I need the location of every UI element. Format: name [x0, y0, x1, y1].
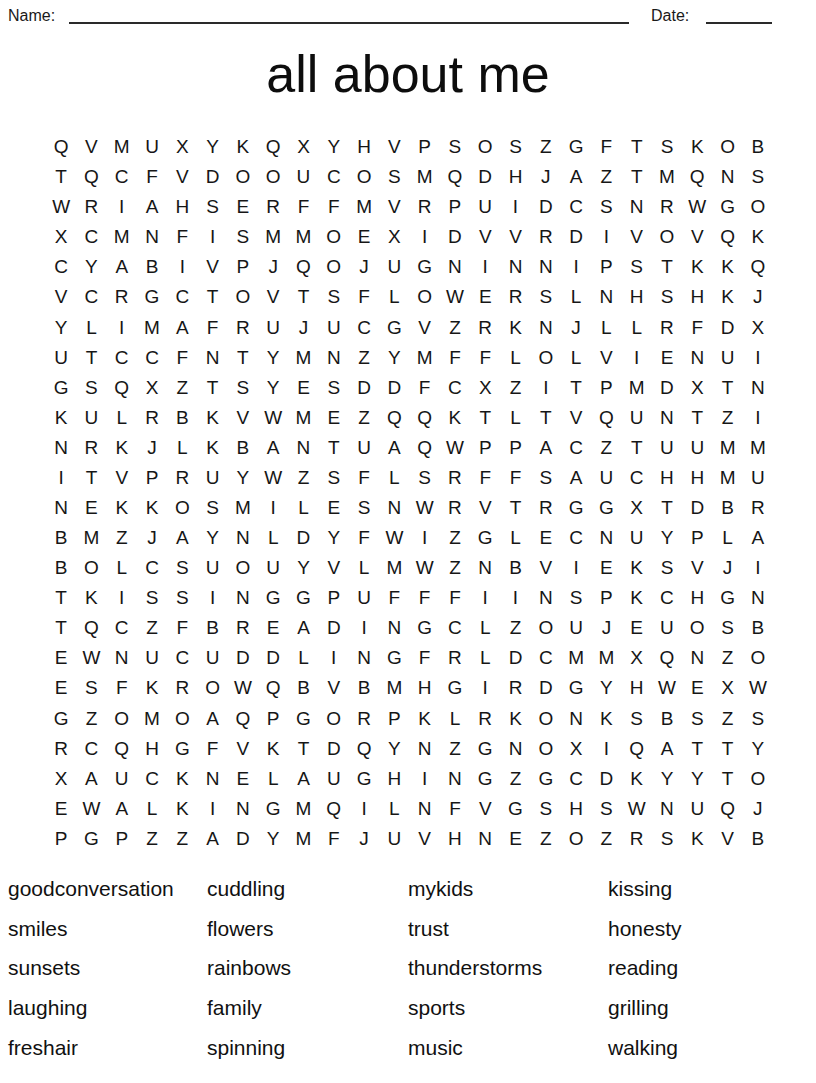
grid-cell[interactable]: A [743, 523, 773, 553]
grid-cell[interactable]: K [107, 433, 137, 463]
grid-cell[interactable]: K [76, 583, 106, 613]
grid-cell[interactable]: U [591, 463, 621, 493]
grid-cell[interactable]: F [167, 222, 197, 252]
grid-cell[interactable]: P [107, 824, 137, 854]
grid-cell[interactable]: G [500, 794, 530, 824]
grid-cell[interactable]: W [76, 794, 106, 824]
grid-cell[interactable]: Q [107, 373, 137, 403]
grid-cell[interactable]: U [743, 463, 773, 493]
grid-cell[interactable]: I [349, 794, 379, 824]
grid-cell[interactable]: W [228, 673, 258, 703]
word-list-item[interactable]: mykids [408, 869, 608, 909]
grid-cell[interactable]: Z [440, 523, 470, 553]
grid-cell[interactable]: A [107, 252, 137, 282]
grid-cell[interactable]: I [197, 794, 227, 824]
grid-cell[interactable]: G [379, 312, 409, 342]
grid-cell[interactable]: F [319, 824, 349, 854]
grid-cell[interactable]: I [470, 252, 500, 282]
grid-cell[interactable]: H [349, 132, 379, 162]
grid-cell[interactable]: T [288, 282, 318, 312]
grid-cell[interactable]: X [137, 373, 167, 403]
grid-cell[interactable]: N [470, 824, 500, 854]
grid-cell[interactable]: C [137, 764, 167, 794]
grid-cell[interactable]: G [712, 192, 742, 222]
grid-cell[interactable]: G [288, 583, 318, 613]
grid-cell[interactable]: Y [258, 373, 288, 403]
grid-cell[interactable]: F [197, 312, 227, 342]
grid-cell[interactable]: B [288, 673, 318, 703]
grid-cell[interactable]: Q [258, 132, 288, 162]
grid-cell[interactable]: Q [652, 643, 682, 673]
grid-cell[interactable]: V [682, 553, 712, 583]
grid-cell[interactable]: C [76, 222, 106, 252]
grid-cell[interactable]: L [379, 794, 409, 824]
grid-cell[interactable]: L [349, 553, 379, 583]
grid-cell[interactable]: S [228, 373, 258, 403]
grid-cell[interactable]: N [591, 523, 621, 553]
grid-cell[interactable]: A [379, 433, 409, 463]
grid-cell[interactable]: P [409, 132, 439, 162]
grid-cell[interactable]: H [561, 794, 591, 824]
grid-cell[interactable]: N [228, 583, 258, 613]
grid-cell[interactable]: S [531, 282, 561, 312]
grid-cell[interactable]: O [258, 162, 288, 192]
grid-cell[interactable]: C [76, 282, 106, 312]
grid-cell[interactable]: R [137, 403, 167, 433]
grid-cell[interactable]: W [652, 673, 682, 703]
grid-cell[interactable]: N [531, 312, 561, 342]
grid-cell[interactable]: T [622, 132, 652, 162]
grid-cell[interactable]: A [288, 613, 318, 643]
grid-cell[interactable]: L [107, 403, 137, 433]
grid-cell[interactable]: R [258, 192, 288, 222]
word-list-item[interactable]: sunsets [8, 949, 207, 989]
grid-cell[interactable]: W [46, 192, 76, 222]
grid-cell[interactable]: A [137, 192, 167, 222]
grid-cell[interactable]: N [622, 192, 652, 222]
grid-cell[interactable]: T [46, 583, 76, 613]
grid-cell[interactable]: N [197, 764, 227, 794]
grid-cell[interactable]: U [137, 132, 167, 162]
grid-cell[interactable]: R [531, 222, 561, 252]
grid-cell[interactable]: T [622, 433, 652, 463]
grid-cell[interactable]: H [652, 463, 682, 493]
grid-cell[interactable]: O [107, 703, 137, 733]
grid-cell[interactable]: E [46, 794, 76, 824]
grid-cell[interactable]: N [197, 343, 227, 373]
grid-cell[interactable]: Z [712, 703, 742, 733]
grid-cell[interactable]: C [107, 613, 137, 643]
grid-cell[interactable]: D [682, 493, 712, 523]
grid-cell[interactable]: P [591, 373, 621, 403]
grid-cell[interactable]: U [288, 162, 318, 192]
grid-cell[interactable]: I [107, 583, 137, 613]
grid-cell[interactable]: T [76, 463, 106, 493]
grid-cell[interactable]: N [107, 643, 137, 673]
grid-cell[interactable]: R [228, 613, 258, 643]
grid-cell[interactable]: T [197, 373, 227, 403]
grid-cell[interactable]: Q [409, 403, 439, 433]
grid-cell[interactable]: A [197, 824, 227, 854]
grid-cell[interactable]: N [288, 433, 318, 463]
grid-cell[interactable]: E [349, 222, 379, 252]
grid-cell[interactable]: H [379, 764, 409, 794]
grid-cell[interactable]: I [258, 493, 288, 523]
grid-cell[interactable]: F [107, 673, 137, 703]
grid-cell[interactable]: D [531, 673, 561, 703]
grid-cell[interactable]: S [561, 583, 591, 613]
grid-cell[interactable]: O [197, 673, 227, 703]
grid-cell[interactable]: X [561, 734, 591, 764]
grid-cell[interactable]: C [167, 643, 197, 673]
grid-cell[interactable]: U [682, 433, 712, 463]
grid-cell[interactable]: T [682, 403, 712, 433]
grid-cell[interactable]: K [137, 493, 167, 523]
grid-cell[interactable]: G [409, 613, 439, 643]
grid-cell[interactable]: S [652, 282, 682, 312]
word-list-item[interactable]: smiles [8, 909, 207, 949]
grid-cell[interactable]: E [319, 493, 349, 523]
grid-cell[interactable]: L [258, 764, 288, 794]
grid-cell[interactable]: X [470, 373, 500, 403]
grid-cell[interactable]: S [591, 192, 621, 222]
grid-cell[interactable]: C [167, 282, 197, 312]
grid-cell[interactable]: R [76, 433, 106, 463]
grid-cell[interactable]: L [440, 703, 470, 733]
grid-cell[interactable]: W [409, 493, 439, 523]
grid-cell[interactable]: U [197, 643, 227, 673]
grid-cell[interactable]: O [167, 493, 197, 523]
grid-cell[interactable]: J [743, 282, 773, 312]
grid-cell[interactable]: C [76, 734, 106, 764]
grid-cell[interactable]: V [470, 222, 500, 252]
grid-cell[interactable]: Q [743, 252, 773, 282]
grid-cell[interactable]: E [46, 673, 76, 703]
grid-cell[interactable]: A [197, 703, 227, 733]
grid-cell[interactable]: Q [712, 794, 742, 824]
grid-cell[interactable]: N [500, 252, 530, 282]
grid-cell[interactable]: F [470, 463, 500, 493]
grid-cell[interactable]: V [319, 673, 349, 703]
grid-cell[interactable]: I [46, 463, 76, 493]
grid-cell[interactable]: H [500, 162, 530, 192]
grid-cell[interactable]: P [591, 252, 621, 282]
grid-cell[interactable]: F [288, 192, 318, 222]
grid-cell[interactable]: G [167, 734, 197, 764]
grid-cell[interactable]: P [137, 463, 167, 493]
grid-cell[interactable]: I [197, 583, 227, 613]
grid-cell[interactable]: I [531, 373, 561, 403]
grid-cell[interactable]: T [622, 162, 652, 192]
grid-cell[interactable]: Q [319, 794, 349, 824]
grid-cell[interactable]: G [470, 764, 500, 794]
grid-cell[interactable]: J [531, 162, 561, 192]
grid-cell[interactable]: K [137, 673, 167, 703]
grid-cell[interactable]: M [107, 132, 137, 162]
grid-cell[interactable]: U [258, 553, 288, 583]
grid-cell[interactable]: M [591, 643, 621, 673]
grid-cell[interactable]: J [288, 312, 318, 342]
grid-cell[interactable]: I [409, 222, 439, 252]
grid-cell[interactable]: R [349, 703, 379, 733]
grid-cell[interactable]: C [561, 433, 591, 463]
grid-cell[interactable]: U [319, 312, 349, 342]
grid-cell[interactable]: K [167, 794, 197, 824]
grid-cell[interactable]: T [76, 343, 106, 373]
grid-cell[interactable]: I [561, 553, 591, 583]
grid-cell[interactable]: R [652, 312, 682, 342]
grid-cell[interactable]: E [228, 192, 258, 222]
grid-cell[interactable]: U [561, 613, 591, 643]
grid-cell[interactable]: W [440, 282, 470, 312]
grid-cell[interactable]: R [76, 192, 106, 222]
grid-cell[interactable]: S [228, 222, 258, 252]
grid-cell[interactable]: L [288, 493, 318, 523]
grid-cell[interactable]: O [409, 282, 439, 312]
grid-cell[interactable]: N [531, 252, 561, 282]
grid-cell[interactable]: L [258, 523, 288, 553]
grid-cell[interactable]: A [531, 433, 561, 463]
grid-cell[interactable]: M [349, 192, 379, 222]
grid-cell[interactable]: Q [682, 162, 712, 192]
grid-cell[interactable]: S [743, 703, 773, 733]
grid-cell[interactable]: V [500, 222, 530, 252]
grid-cell[interactable]: H [622, 282, 652, 312]
grid-cell[interactable]: L [470, 613, 500, 643]
grid-cell[interactable]: L [470, 643, 500, 673]
grid-cell[interactable]: S [652, 132, 682, 162]
grid-cell[interactable]: L [107, 553, 137, 583]
grid-cell[interactable]: T [288, 734, 318, 764]
grid-cell[interactable]: M [379, 553, 409, 583]
grid-cell[interactable]: Q [76, 162, 106, 192]
grid-cell[interactable]: O [319, 703, 349, 733]
grid-cell[interactable]: A [258, 433, 288, 463]
grid-cell[interactable]: J [591, 613, 621, 643]
grid-cell[interactable]: M [228, 493, 258, 523]
word-list-item[interactable]: honesty [608, 909, 808, 949]
grid-cell[interactable]: C [107, 162, 137, 192]
grid-cell[interactable]: I [500, 583, 530, 613]
grid-cell[interactable]: X [622, 493, 652, 523]
grid-cell[interactable]: K [682, 252, 712, 282]
grid-cell[interactable]: Q [349, 734, 379, 764]
grid-cell[interactable]: W [409, 553, 439, 583]
grid-cell[interactable]: I [107, 312, 137, 342]
grid-cell[interactable]: X [712, 673, 742, 703]
grid-cell[interactable]: M [107, 222, 137, 252]
grid-cell[interactable]: B [743, 132, 773, 162]
grid-cell[interactable]: J [258, 252, 288, 282]
grid-cell[interactable]: E [500, 824, 530, 854]
word-list-item[interactable]: grilling [608, 988, 808, 1028]
grid-cell[interactable]: O [228, 162, 258, 192]
grid-cell[interactable]: H [409, 673, 439, 703]
grid-cell[interactable]: Z [500, 373, 530, 403]
grid-cell[interactable]: Y [319, 132, 349, 162]
grid-cell[interactable]: R [743, 493, 773, 523]
grid-cell[interactable]: R [652, 192, 682, 222]
grid-cell[interactable]: F [319, 192, 349, 222]
grid-cell[interactable]: I [561, 252, 591, 282]
grid-cell[interactable]: E [228, 764, 258, 794]
grid-cell[interactable]: V [470, 493, 500, 523]
grid-cell[interactable]: O [712, 132, 742, 162]
grid-cell[interactable]: E [591, 553, 621, 583]
grid-cell[interactable]: B [743, 824, 773, 854]
grid-cell[interactable]: Z [440, 553, 470, 583]
grid-cell[interactable]: Z [591, 433, 621, 463]
grid-cell[interactable]: O [167, 703, 197, 733]
grid-cell[interactable]: S [197, 493, 227, 523]
grid-cell[interactable]: B [743, 613, 773, 643]
grid-cell[interactable]: U [622, 523, 652, 553]
grid-cell[interactable]: G [712, 583, 742, 613]
grid-cell[interactable]: R [440, 463, 470, 493]
grid-cell[interactable]: J [137, 523, 167, 553]
grid-cell[interactable]: D [561, 222, 591, 252]
grid-cell[interactable]: M [288, 794, 318, 824]
grid-cell[interactable]: V [379, 132, 409, 162]
grid-cell[interactable]: A [167, 312, 197, 342]
grid-cell[interactable]: V [409, 312, 439, 342]
grid-cell[interactable]: F [349, 282, 379, 312]
grid-cell[interactable]: G [561, 673, 591, 703]
grid-cell[interactable]: I [591, 734, 621, 764]
grid-cell[interactable]: O [228, 282, 258, 312]
grid-cell[interactable]: G [531, 764, 561, 794]
grid-cell[interactable]: E [319, 403, 349, 433]
grid-cell[interactable]: M [76, 523, 106, 553]
grid-cell[interactable]: K [712, 252, 742, 282]
grid-cell[interactable]: N [591, 282, 621, 312]
grid-cell[interactable]: G [591, 493, 621, 523]
grid-cell[interactable]: S [531, 794, 561, 824]
grid-cell[interactable]: L [500, 403, 530, 433]
grid-cell[interactable]: H [622, 673, 652, 703]
grid-cell[interactable]: O [76, 553, 106, 583]
grid-cell[interactable]: D [197, 162, 227, 192]
grid-cell[interactable]: K [258, 734, 288, 764]
grid-cell[interactable]: Y [682, 764, 712, 794]
grid-cell[interactable]: H [167, 192, 197, 222]
grid-cell[interactable]: S [743, 162, 773, 192]
grid-cell[interactable]: X [682, 373, 712, 403]
grid-cell[interactable]: T [228, 343, 258, 373]
grid-cell[interactable]: E [622, 613, 652, 643]
grid-cell[interactable]: Z [591, 162, 621, 192]
grid-cell[interactable]: D [531, 192, 561, 222]
grid-cell[interactable]: N [349, 643, 379, 673]
grid-cell[interactable]: O [743, 192, 773, 222]
grid-cell[interactable]: F [440, 794, 470, 824]
grid-cell[interactable]: S [652, 553, 682, 583]
grid-cell[interactable]: N [682, 343, 712, 373]
grid-cell[interactable]: A [167, 523, 197, 553]
grid-cell[interactable]: P [591, 583, 621, 613]
grid-cell[interactable]: W [76, 643, 106, 673]
grid-cell[interactable]: Y [379, 343, 409, 373]
grid-cell[interactable]: D [258, 643, 288, 673]
grid-cell[interactable]: X [743, 312, 773, 342]
grid-cell[interactable]: A [561, 162, 591, 192]
grid-cell[interactable]: X [46, 764, 76, 794]
grid-cell[interactable]: X [379, 222, 409, 252]
grid-cell[interactable]: T [712, 764, 742, 794]
grid-cell[interactable]: F [379, 583, 409, 613]
word-list-item[interactable]: thunderstorms [408, 949, 608, 989]
grid-cell[interactable]: Y [197, 132, 227, 162]
grid-cell[interactable]: A [652, 734, 682, 764]
grid-cell[interactable]: S [167, 553, 197, 583]
grid-cell[interactable]: U [712, 343, 742, 373]
grid-cell[interactable]: K [107, 493, 137, 523]
grid-cell[interactable]: F [167, 613, 197, 643]
grid-cell[interactable]: N [137, 222, 167, 252]
grid-cell[interactable]: D [319, 613, 349, 643]
grid-cell[interactable]: L [500, 343, 530, 373]
grid-cell[interactable]: V [228, 734, 258, 764]
grid-cell[interactable]: F [349, 523, 379, 553]
grid-cell[interactable]: D [379, 373, 409, 403]
grid-cell[interactable]: C [561, 192, 591, 222]
grid-cell[interactable]: J [349, 824, 379, 854]
grid-cell[interactable]: F [197, 734, 227, 764]
grid-cell[interactable]: K [197, 403, 227, 433]
grid-cell[interactable]: Z [349, 403, 379, 433]
grid-cell[interactable]: N [652, 794, 682, 824]
grid-cell[interactable]: O [319, 222, 349, 252]
grid-cell[interactable]: S [137, 583, 167, 613]
grid-cell[interactable]: I [470, 583, 500, 613]
grid-cell[interactable]: M [288, 824, 318, 854]
grid-cell[interactable]: W [682, 192, 712, 222]
grid-cell[interactable]: U [349, 583, 379, 613]
grid-cell[interactable]: S [712, 613, 742, 643]
word-list-item[interactable]: walking [608, 1028, 808, 1068]
grid-cell[interactable]: N [46, 493, 76, 523]
grid-cell[interactable]: D [470, 162, 500, 192]
grid-cell[interactable]: L [500, 523, 530, 553]
grid-cell[interactable]: T [682, 734, 712, 764]
grid-cell[interactable]: J [561, 312, 591, 342]
grid-cell[interactable]: C [440, 613, 470, 643]
grid-cell[interactable]: Q [591, 403, 621, 433]
grid-cell[interactable]: Q [46, 132, 76, 162]
grid-cell[interactable]: M [379, 673, 409, 703]
grid-cell[interactable]: B [652, 703, 682, 733]
grid-cell[interactable]: E [652, 343, 682, 373]
grid-cell[interactable]: R [409, 192, 439, 222]
grid-cell[interactable]: S [652, 824, 682, 854]
grid-cell[interactable]: X [288, 132, 318, 162]
grid-cell[interactable]: G [561, 493, 591, 523]
grid-cell[interactable]: B [46, 523, 76, 553]
grid-cell[interactable]: W [258, 403, 288, 433]
grid-cell[interactable]: F [409, 373, 439, 403]
grid-cell[interactable]: X [167, 132, 197, 162]
grid-cell[interactable]: R [167, 463, 197, 493]
grid-cell[interactable]: A [288, 764, 318, 794]
grid-cell[interactable]: T [46, 613, 76, 643]
grid-cell[interactable]: D [228, 824, 258, 854]
grid-cell[interactable]: N [379, 493, 409, 523]
grid-cell[interactable]: F [440, 583, 470, 613]
grid-cell[interactable]: P [46, 824, 76, 854]
grid-cell[interactable]: Q [379, 403, 409, 433]
grid-cell[interactable]: U [470, 192, 500, 222]
grid-cell[interactable]: D [228, 643, 258, 673]
